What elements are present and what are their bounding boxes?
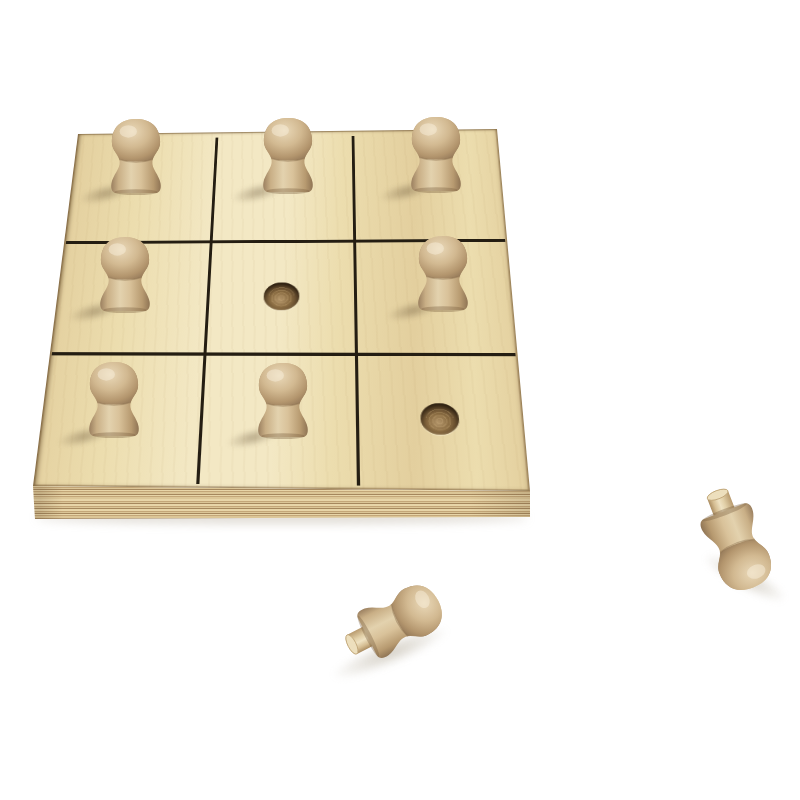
peg-r0c1[interactable]	[257, 115, 319, 195]
peg-r0c2[interactable]	[405, 114, 467, 194]
scene	[0, 0, 800, 800]
peg-r2c0[interactable]	[83, 359, 145, 439]
loose-peg-2[interactable]	[684, 477, 786, 602]
peg-r1c2[interactable]	[412, 233, 474, 313]
empty-hole-r2c2[interactable]	[420, 403, 460, 435]
peg-r0c0[interactable]	[105, 116, 167, 196]
empty-hole-r1c1[interactable]	[263, 282, 299, 310]
cell-r1c1[interactable]	[203, 240, 358, 356]
cell-r2c2[interactable]	[358, 356, 527, 488]
peg-r2c1[interactable]	[252, 360, 314, 440]
peg-r1c0[interactable]	[94, 234, 156, 314]
peg-icon	[684, 477, 786, 602]
